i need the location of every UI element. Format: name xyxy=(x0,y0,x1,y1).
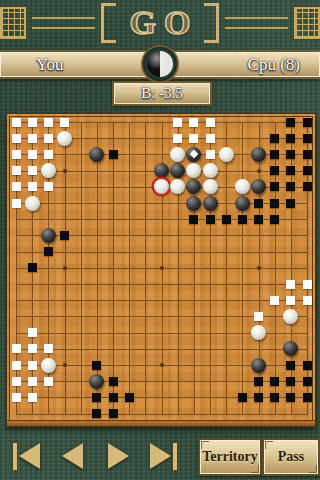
territory-marker-black xyxy=(286,393,295,402)
territory-marker-black xyxy=(92,393,101,402)
territory-marker-white xyxy=(206,118,215,127)
territory-marker-white xyxy=(28,344,37,353)
territory-marker-black xyxy=(92,409,101,418)
turn-indicator xyxy=(143,47,177,81)
territory-marker-white xyxy=(12,150,21,159)
bracket-right-icon xyxy=(204,3,219,43)
player-bar: You Cpu (8) xyxy=(0,50,320,79)
territory-marker-black xyxy=(254,199,263,208)
grid-line xyxy=(16,349,308,350)
pass-button[interactable]: Pass xyxy=(262,438,320,476)
territory-marker-black xyxy=(286,199,295,208)
territory-marker-white xyxy=(206,134,215,143)
territory-marker-black xyxy=(303,150,312,159)
territory-marker-black xyxy=(270,215,279,224)
territory-marker-white xyxy=(28,393,37,402)
nav-next-button[interactable] xyxy=(98,435,138,477)
territory-marker-black xyxy=(270,166,279,175)
app-title: GO xyxy=(122,0,199,46)
territory-marker-white xyxy=(12,199,21,208)
lattice-ornament-left-icon xyxy=(0,7,26,39)
white-stone xyxy=(25,196,40,211)
territory-marker-white xyxy=(286,280,295,289)
territory-marker-white xyxy=(189,118,198,127)
territory-marker-black xyxy=(286,377,295,386)
territory-marker-white xyxy=(12,393,21,402)
header: GO xyxy=(0,0,320,46)
star-point xyxy=(257,169,261,173)
territory-marker-white xyxy=(60,118,69,127)
territory-marker-white xyxy=(44,344,53,353)
territory-marker-white xyxy=(206,150,215,159)
territory-marker-white xyxy=(12,134,21,143)
toolbar: Territory Pass xyxy=(0,432,320,480)
black-stone xyxy=(186,179,201,194)
star-point xyxy=(63,266,67,270)
grid-line xyxy=(16,316,308,317)
star-point xyxy=(160,363,164,367)
half-black-half-white-stone-icon xyxy=(147,51,173,77)
skip-to-start-icon xyxy=(13,443,17,470)
territory-marker-white xyxy=(28,118,37,127)
white-stone xyxy=(41,358,56,373)
territory-marker-black xyxy=(222,215,231,224)
territory-marker-white xyxy=(12,361,21,370)
nav-last-button[interactable] xyxy=(143,435,183,477)
territory-marker-black xyxy=(303,166,312,175)
skip-to-end-icon xyxy=(150,443,171,469)
territory-marker-black xyxy=(286,118,295,127)
territory-marker-black xyxy=(189,215,198,224)
white-stone xyxy=(203,179,218,194)
territory-marker-white xyxy=(286,296,295,305)
black-stone xyxy=(170,163,185,178)
score-estimate-label: B: -3.5 xyxy=(141,85,183,102)
territory-marker-white xyxy=(28,377,37,386)
territory-marker-white xyxy=(303,280,312,289)
white-stone xyxy=(41,163,56,178)
territory-marker-white xyxy=(173,134,182,143)
territory-marker-black xyxy=(270,377,279,386)
right-player-label: Cpu (8) xyxy=(248,55,300,75)
territory-marker-black xyxy=(270,199,279,208)
territory-marker-black xyxy=(238,393,247,402)
white-stone xyxy=(219,147,234,162)
territory-marker-black xyxy=(303,134,312,143)
territory-marker-white xyxy=(44,150,53,159)
territory-marker-white xyxy=(44,118,53,127)
black-stone xyxy=(283,341,298,356)
black-stone xyxy=(235,196,250,211)
territory-marker-white xyxy=(28,134,37,143)
left-player-label: You xyxy=(36,55,64,75)
territory-marker-white xyxy=(44,182,53,191)
territory-marker-white xyxy=(44,134,53,143)
territory-marker-black xyxy=(286,150,295,159)
territory-marker-black xyxy=(109,150,118,159)
last-move-diamond-icon xyxy=(190,150,198,158)
territory-marker-white xyxy=(28,182,37,191)
white-stone xyxy=(283,309,298,324)
territory-marker-white xyxy=(28,150,37,159)
white-stone xyxy=(170,147,185,162)
territory-marker-black xyxy=(254,215,263,224)
territory-marker-black xyxy=(270,182,279,191)
star-point xyxy=(63,169,67,173)
white-stone-red-circle-marked xyxy=(154,179,169,194)
grid-line xyxy=(16,414,308,415)
territory-marker-black xyxy=(286,182,295,191)
territory-marker-black xyxy=(206,215,215,224)
territory-marker-black xyxy=(44,247,53,256)
white-stone xyxy=(186,163,201,178)
star-point xyxy=(257,266,261,270)
territory-marker-black xyxy=(109,409,118,418)
territory-marker-white xyxy=(12,118,21,127)
territory-marker-white xyxy=(44,377,53,386)
territory-marker-black xyxy=(109,393,118,402)
territory-marker-white xyxy=(173,118,182,127)
black-stone xyxy=(186,196,201,211)
territory-marker-black xyxy=(109,377,118,386)
nav-first-button[interactable] xyxy=(6,435,46,477)
territory-marker-black xyxy=(270,134,279,143)
territory-marker-black xyxy=(28,263,37,272)
go-board[interactable] xyxy=(6,113,316,427)
black-stone xyxy=(251,358,266,373)
black-stone xyxy=(251,147,266,162)
territory-button-label: Territory xyxy=(202,449,257,465)
territory-marker-black xyxy=(286,361,295,370)
black-stone xyxy=(154,163,169,178)
bracket-left-icon xyxy=(101,3,116,43)
white-stone xyxy=(203,163,218,178)
territory-button[interactable]: Territory xyxy=(198,438,262,476)
territory-marker-black xyxy=(254,377,263,386)
territory-marker-black xyxy=(303,118,312,127)
white-stone xyxy=(57,131,72,146)
territory-marker-white xyxy=(189,134,198,143)
territory-marker-white xyxy=(12,377,21,386)
grid-line xyxy=(226,122,227,415)
grid-line xyxy=(242,122,243,415)
grid-line xyxy=(16,300,308,301)
step-forward-icon xyxy=(108,443,129,469)
territory-marker-black xyxy=(303,361,312,370)
pass-button-label: Pass xyxy=(278,449,304,465)
territory-marker-black xyxy=(60,231,69,240)
territory-marker-white xyxy=(12,166,21,175)
territory-marker-white xyxy=(12,182,21,191)
star-point xyxy=(63,363,67,367)
territory-marker-black xyxy=(303,377,312,386)
territory-marker-black xyxy=(270,393,279,402)
territory-marker-white xyxy=(303,296,312,305)
territory-marker-black xyxy=(254,393,263,402)
territory-marker-white xyxy=(254,312,263,321)
black-stone xyxy=(41,228,56,243)
territory-marker-black xyxy=(125,393,134,402)
nav-previous-button[interactable] xyxy=(52,435,92,477)
score-plaque: B: -3.5 xyxy=(112,81,212,106)
white-stone xyxy=(170,179,185,194)
black-stone xyxy=(251,179,266,194)
territory-marker-black xyxy=(303,182,312,191)
white-stone xyxy=(235,179,250,194)
territory-marker-black xyxy=(238,215,247,224)
star-point xyxy=(160,266,164,270)
grid-line xyxy=(16,381,308,382)
territory-marker-white xyxy=(28,328,37,337)
territory-marker-white xyxy=(28,361,37,370)
black-stone xyxy=(203,196,218,211)
grid-line xyxy=(16,397,308,398)
white-stone xyxy=(251,325,266,340)
territory-marker-black xyxy=(270,150,279,159)
black-stone xyxy=(89,374,104,389)
step-back-icon xyxy=(62,443,83,469)
black-stone-diamond-marked xyxy=(186,147,201,162)
territory-marker-white xyxy=(12,344,21,353)
header-rail-left xyxy=(32,17,95,29)
territory-marker-black xyxy=(303,393,312,402)
grid-line xyxy=(16,284,308,285)
header-rail-right xyxy=(225,17,288,29)
territory-marker-white xyxy=(28,166,37,175)
black-stone xyxy=(89,147,104,162)
territory-marker-black xyxy=(286,134,295,143)
territory-marker-black xyxy=(92,361,101,370)
territory-marker-white xyxy=(270,296,279,305)
lattice-ornament-right-icon xyxy=(294,7,320,39)
territory-marker-black xyxy=(286,166,295,175)
